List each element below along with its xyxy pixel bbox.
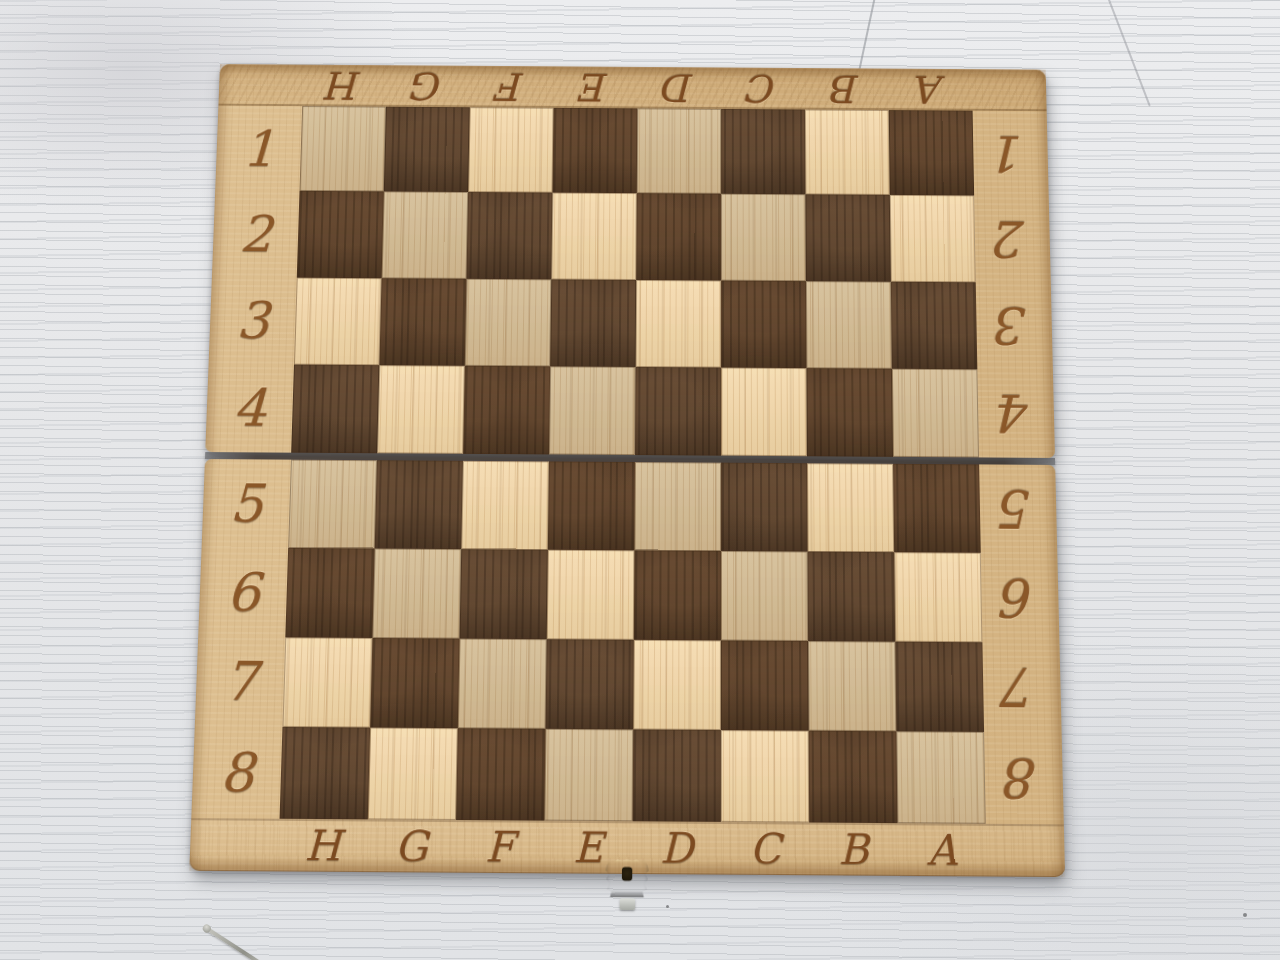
file-label-cell: D (637, 67, 721, 109)
square-e2 (551, 193, 636, 280)
square-h4 (291, 364, 379, 453)
square-d3 (636, 280, 721, 368)
table-crack-line (858, 0, 876, 71)
square-h2 (297, 191, 384, 278)
square-b6 (808, 551, 896, 641)
chess-board: HGFEDCBA11223344 55667788HGFEDCBA (189, 64, 1065, 877)
square-b4 (806, 368, 893, 457)
file-label-f-top: F (498, 68, 526, 106)
square-d6 (634, 550, 721, 640)
file-label-f-bottom: F (485, 825, 514, 867)
rank-label-4-right: 4 (999, 388, 1033, 440)
file-label-cell: C (721, 822, 810, 875)
square-e8 (544, 729, 633, 821)
square-g4 (377, 365, 465, 454)
square-d5 (634, 462, 721, 551)
square-e5 (548, 461, 635, 550)
rank-label-8-right: 8 (1006, 751, 1041, 806)
file-label-b-bottom: B (838, 828, 869, 870)
file-label-cell: H (278, 819, 368, 872)
square-c4 (721, 367, 807, 456)
rank-label-8-left: 8 (219, 745, 255, 799)
table-crack-line (1107, 0, 1150, 107)
rank-label-cell: 8 (191, 727, 282, 819)
clasp (605, 859, 649, 910)
board-bottom-half: 55667788HGFEDCBA (189, 459, 1065, 877)
table-speck (666, 905, 669, 908)
square-g2 (382, 192, 469, 279)
square-c6 (721, 551, 808, 641)
frame-corner (189, 818, 279, 871)
square-f6 (460, 549, 548, 639)
rank-label-4-left: 4 (232, 382, 267, 434)
square-h6 (285, 548, 374, 638)
file-label-cell: B (809, 823, 898, 876)
square-b3 (806, 281, 892, 369)
square-c2 (721, 194, 806, 281)
square-g8 (368, 728, 458, 820)
file-label-d-top: D (664, 69, 695, 107)
rank-label-cell: 2 (212, 191, 300, 278)
file-label-g-bottom: G (394, 825, 428, 867)
square-a4 (892, 368, 979, 457)
rank-label-cell: 2 (974, 196, 1051, 283)
square-h3 (294, 277, 382, 365)
square-b5 (807, 463, 894, 552)
rank-label-cell: 6 (198, 547, 288, 637)
frame-corner (218, 64, 303, 106)
pin-object (205, 926, 291, 960)
square-h8 (280, 727, 371, 819)
square-g6 (372, 548, 461, 638)
square-d2 (636, 193, 721, 280)
square-a6 (894, 552, 982, 642)
rank-label-cell: 8 (984, 732, 1064, 824)
square-f5 (461, 461, 549, 550)
rank-label-2-left: 2 (239, 209, 273, 259)
board-top-half: HGFEDCBA11223344 (205, 64, 1055, 458)
file-label-a-top: A (916, 71, 945, 109)
table-surface: HGFEDCBA11223344 55667788HGFEDCBA (0, 0, 1280, 960)
rank-label-5-left: 5 (229, 477, 264, 529)
rank-label-cell: 5 (202, 459, 291, 548)
file-label-cell: A (897, 823, 986, 876)
square-f2 (466, 192, 552, 279)
file-label-cell: G (386, 65, 471, 107)
frame-corner (986, 824, 1065, 877)
table-speck (1243, 913, 1247, 917)
square-e6 (547, 549, 635, 639)
square-c7 (721, 640, 809, 731)
rank-label-1-left: 1 (242, 123, 276, 173)
file-label-g-top: G (412, 67, 444, 105)
square-f7 (458, 638, 547, 729)
rank-label-2-right: 2 (996, 214, 1030, 264)
square-e1 (552, 108, 637, 194)
clasp-ornate-plate (605, 859, 649, 897)
clasp-catch-tab (619, 898, 635, 910)
file-label-cell: F (455, 820, 544, 873)
rank-label-cell: 1 (973, 111, 1049, 197)
rank-label-cell: 4 (977, 369, 1055, 458)
rank-label-cell: 4 (205, 364, 294, 453)
square-g5 (375, 460, 463, 549)
square-f4 (463, 366, 550, 455)
square-b2 (805, 195, 890, 282)
square-e7 (545, 639, 633, 730)
frame-corner (972, 69, 1047, 111)
square-d7 (633, 639, 721, 730)
square-c3 (721, 280, 806, 368)
square-g1 (384, 107, 470, 193)
file-label-cell: A (888, 69, 972, 111)
file-label-b-top: B (832, 70, 861, 108)
file-label-c-bottom: C (749, 827, 781, 869)
file-label-h-top: H (327, 67, 362, 105)
square-c5 (721, 463, 808, 552)
file-label-e-bottom: E (573, 826, 603, 868)
rank-label-cell: 3 (209, 277, 297, 365)
square-h7 (282, 637, 372, 728)
file-label-cell: B (805, 68, 889, 110)
file-label-cell: C (721, 67, 805, 109)
rank-label-5-right: 5 (1001, 482, 1035, 534)
rank-label-3-left: 3 (236, 295, 271, 346)
square-g3 (379, 278, 466, 366)
rank-label-3-right: 3 (997, 300, 1031, 351)
rank-label-cell: 5 (979, 464, 1057, 553)
square-e3 (550, 279, 636, 367)
square-h5 (288, 460, 377, 549)
file-label-cell: H (302, 65, 387, 107)
square-h1 (299, 106, 385, 192)
rank-label-1-right: 1 (994, 128, 1027, 178)
square-b8 (809, 731, 898, 823)
square-a5 (893, 464, 981, 553)
square-g7 (370, 637, 459, 728)
rank-label-7-left: 7 (222, 655, 257, 709)
file-label-d-bottom: D (660, 827, 693, 869)
rank-label-7-right: 7 (1005, 660, 1040, 714)
square-a1 (889, 110, 974, 196)
file-label-h-bottom: H (304, 824, 341, 866)
square-d4 (635, 367, 721, 456)
square-f1 (468, 107, 553, 193)
square-c1 (721, 109, 805, 195)
square-f8 (456, 728, 545, 820)
square-b1 (805, 110, 890, 196)
square-d1 (637, 108, 721, 194)
rank-label-cell: 3 (976, 282, 1053, 370)
square-e4 (549, 366, 636, 455)
file-label-a-bottom: A (927, 829, 957, 871)
file-label-cell: G (366, 819, 456, 872)
rank-label-6-right: 6 (1003, 571, 1038, 624)
rank-label-cell: 7 (195, 636, 286, 727)
square-f3 (465, 278, 552, 366)
square-d8 (633, 730, 721, 822)
file-label-e-top: E (581, 68, 610, 106)
rank-label-cell: 6 (981, 553, 1060, 643)
square-a7 (895, 641, 984, 732)
rank-label-cell: 7 (982, 642, 1061, 733)
square-a2 (890, 195, 976, 282)
rank-label-6-left: 6 (226, 565, 261, 618)
file-label-cell: E (554, 66, 638, 108)
rank-label-cell: 1 (215, 106, 302, 192)
square-a8 (896, 732, 985, 824)
square-a3 (891, 281, 978, 369)
square-c8 (721, 730, 809, 822)
file-label-cell: F (470, 66, 554, 108)
square-b7 (808, 641, 896, 732)
file-label-c-top: C (748, 70, 778, 108)
